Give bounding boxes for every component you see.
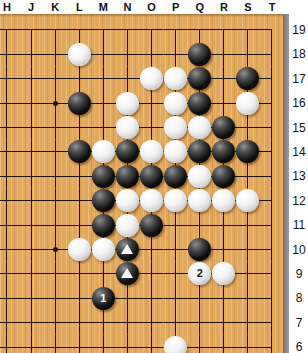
column-label-K: K <box>51 1 59 13</box>
black-stone-M11 <box>92 214 115 237</box>
board-intersection-M12[interactable] <box>91 189 115 213</box>
black-stone-Q14 <box>188 140 211 163</box>
board-intersection-T9[interactable] <box>260 262 284 286</box>
board-intersection-P12[interactable] <box>164 189 188 213</box>
board-intersection-H15[interactable] <box>0 115 19 139</box>
board-intersection-T6[interactable] <box>260 335 284 353</box>
board-intersection-J9[interactable] <box>19 262 43 286</box>
board-intersection-Q18[interactable] <box>188 42 212 66</box>
board-intersection-H6[interactable] <box>0 335 19 353</box>
board-intersection-K13[interactable] <box>43 164 67 188</box>
board-intersection-M14[interactable] <box>91 140 115 164</box>
board-intersection-H11[interactable] <box>0 213 19 237</box>
board-intersection-M10[interactable] <box>91 237 115 261</box>
board-intersection-N18[interactable] <box>115 42 139 66</box>
board-intersection-O19[interactable] <box>139 18 163 42</box>
board-intersection-H17[interactable] <box>0 67 19 91</box>
board-intersection-K11[interactable] <box>43 213 67 237</box>
board-intersection-Q7[interactable] <box>188 310 212 334</box>
board-intersection-L18[interactable] <box>67 42 91 66</box>
column-label-O: O <box>147 1 156 13</box>
board-intersection-L17[interactable] <box>67 67 91 91</box>
board-intersection-L10[interactable] <box>67 237 91 261</box>
board-intersection-Q16[interactable] <box>188 91 212 115</box>
board-intersection-Q10[interactable] <box>188 237 212 261</box>
board-intersection-H7[interactable] <box>0 310 19 334</box>
board-intersection-H18[interactable] <box>0 42 19 66</box>
board-intersection-H14[interactable] <box>0 140 19 164</box>
board-intersection-T10[interactable] <box>260 237 284 261</box>
board-intersection-S11[interactable] <box>236 213 260 237</box>
column-label-N: N <box>124 1 132 13</box>
board-intersection-S9[interactable] <box>236 262 260 286</box>
board-intersection-N9[interactable] <box>115 262 139 286</box>
column-label-P: P <box>172 1 179 13</box>
board-intersection-N12[interactable] <box>115 189 139 213</box>
row-label-14: 14 <box>292 145 305 159</box>
board-intersection-M18[interactable] <box>91 42 115 66</box>
board-intersection-R18[interactable] <box>212 42 236 66</box>
board-intersection-T14[interactable] <box>260 140 284 164</box>
column-label-T: T <box>269 1 276 13</box>
board-intersection-K16[interactable] <box>43 91 67 115</box>
board-intersection-K19[interactable] <box>43 18 67 42</box>
row-label-18: 18 <box>292 47 305 61</box>
row-label-19: 19 <box>292 23 305 37</box>
board-intersection-R19[interactable] <box>212 18 236 42</box>
board-intersection-M6[interactable] <box>91 335 115 353</box>
board-intersection-S16[interactable] <box>236 91 260 115</box>
black-stone-O11 <box>140 214 163 237</box>
board-intersection-R11[interactable] <box>212 213 236 237</box>
board-intersection-J12[interactable] <box>19 189 43 213</box>
board-intersection-P8[interactable] <box>164 286 188 310</box>
board-intersection-O16[interactable] <box>139 91 163 115</box>
white-stone-P17 <box>164 67 187 90</box>
board-intersection-O7[interactable] <box>139 310 163 334</box>
board-intersection-O13[interactable] <box>139 164 163 188</box>
white-stone-N11 <box>116 214 139 237</box>
board-intersection-P9[interactable] <box>164 262 188 286</box>
black-stone-M12 <box>92 189 115 212</box>
black-stone-R14 <box>212 140 235 163</box>
board-intersection-T11[interactable] <box>260 213 284 237</box>
board-intersection-Q9[interactable]: 2 <box>188 262 212 286</box>
column-label-S: S <box>244 1 251 13</box>
white-stone-N15 <box>116 116 139 139</box>
board-intersection-S10[interactable] <box>236 237 260 261</box>
board-intersection-N13[interactable] <box>115 164 139 188</box>
board-intersection-H9[interactable] <box>0 262 19 286</box>
board-intersection-M9[interactable] <box>91 262 115 286</box>
board-intersection-P19[interactable] <box>164 18 188 42</box>
board-intersection-M7[interactable] <box>91 310 115 334</box>
board-intersection-R10[interactable] <box>212 237 236 261</box>
board-intersection-R9[interactable] <box>212 262 236 286</box>
board-intersection-T16[interactable] <box>260 91 284 115</box>
board-intersection-J13[interactable] <box>19 164 43 188</box>
board-intersection-K17[interactable] <box>43 67 67 91</box>
board-intersection-S7[interactable] <box>236 310 260 334</box>
board-intersection-R14[interactable] <box>212 140 236 164</box>
board-intersection-T17[interactable] <box>260 67 284 91</box>
board-intersection-J14[interactable] <box>19 140 43 164</box>
board-intersection-H10[interactable] <box>0 237 19 261</box>
board-intersection-Q19[interactable] <box>188 18 212 42</box>
row-label-15: 15 <box>292 121 305 135</box>
board-intersection-L19[interactable] <box>67 18 91 42</box>
board-intersection-M17[interactable] <box>91 67 115 91</box>
board-intersection-K12[interactable] <box>43 189 67 213</box>
board-intersection-O15[interactable] <box>139 115 163 139</box>
board-intersection-N6[interactable] <box>115 335 139 353</box>
board-intersection-N17[interactable] <box>115 67 139 91</box>
star-point-K10 <box>53 247 58 252</box>
board-intersection-T12[interactable] <box>260 189 284 213</box>
board-intersection-P10[interactable] <box>164 237 188 261</box>
board-intersection-K6[interactable] <box>43 335 67 353</box>
board-intersection-M11[interactable] <box>91 213 115 237</box>
black-stone-L16 <box>68 92 91 115</box>
white-stone-Q13 <box>188 165 211 188</box>
white-stone-Q12 <box>188 189 211 212</box>
white-stone-Q15 <box>188 116 211 139</box>
board-intersection-S8[interactable] <box>236 286 260 310</box>
triangle-marker-icon <box>121 268 133 278</box>
board-intersection-O11[interactable] <box>139 213 163 237</box>
board-intersection-K15[interactable] <box>43 115 67 139</box>
white-stone-P14 <box>164 140 187 163</box>
move-number-label: 2 <box>197 268 203 279</box>
board-intersection-K9[interactable] <box>43 262 67 286</box>
go-board-grid[interactable]: 21 <box>0 18 284 353</box>
column-label-Q: Q <box>196 1 205 13</box>
white-stone-M10 <box>92 238 115 261</box>
row-label-7: 7 <box>296 316 303 330</box>
board-intersection-L12[interactable] <box>67 189 91 213</box>
board-intersection-O9[interactable] <box>139 262 163 286</box>
board-intersection-S13[interactable] <box>236 164 260 188</box>
row-label-13: 13 <box>292 169 305 183</box>
board-intersection-O14[interactable] <box>139 140 163 164</box>
row-label-17: 17 <box>292 72 305 86</box>
board-intersection-L9[interactable] <box>67 262 91 286</box>
board-intersection-M8[interactable]: 1 <box>91 286 115 310</box>
board-intersection-K7[interactable] <box>43 310 67 334</box>
board-intersection-R16[interactable] <box>212 91 236 115</box>
board-intersection-O8[interactable] <box>139 286 163 310</box>
board-intersection-Q14[interactable] <box>188 140 212 164</box>
board-intersection-K10[interactable] <box>43 237 67 261</box>
board-intersection-J16[interactable] <box>19 91 43 115</box>
board-intersection-N14[interactable] <box>115 140 139 164</box>
board-intersection-K8[interactable] <box>43 286 67 310</box>
board-intersection-N11[interactable] <box>115 213 139 237</box>
black-stone-O13 <box>140 165 163 188</box>
board-intersection-Q17[interactable] <box>188 67 212 91</box>
white-stone-N12 <box>116 189 139 212</box>
board-intersection-T13[interactable] <box>260 164 284 188</box>
row-label-9: 9 <box>296 267 303 281</box>
board-intersection-P6[interactable] <box>164 335 188 353</box>
column-label-H: H <box>3 1 11 13</box>
board-intersection-S6[interactable] <box>236 335 260 353</box>
white-stone-R12 <box>212 189 235 212</box>
board-intersection-R12[interactable] <box>212 189 236 213</box>
board-intersection-T8[interactable] <box>260 286 284 310</box>
board-intersection-O10[interactable] <box>139 237 163 261</box>
board-intersection-T18[interactable] <box>260 42 284 66</box>
board-intersection-H13[interactable] <box>0 164 19 188</box>
black-stone-Q10 <box>188 238 211 261</box>
board-intersection-N19[interactable] <box>115 18 139 42</box>
white-stone-M14 <box>92 140 115 163</box>
white-stone-O17 <box>140 67 163 90</box>
board-intersection-T7[interactable] <box>260 310 284 334</box>
white-stone-L10 <box>68 238 91 261</box>
board-intersection-J8[interactable] <box>19 286 43 310</box>
board-intersection-L16[interactable] <box>67 91 91 115</box>
white-stone-S16 <box>236 92 259 115</box>
board-intersection-P7[interactable] <box>164 310 188 334</box>
board-intersection-Q11[interactable] <box>188 213 212 237</box>
board-intersection-L14[interactable] <box>67 140 91 164</box>
white-stone-O12 <box>140 189 163 212</box>
black-stone-P13 <box>164 165 187 188</box>
board-intersection-R17[interactable] <box>212 67 236 91</box>
board-intersection-L6[interactable] <box>67 335 91 353</box>
board-intersection-M16[interactable] <box>91 91 115 115</box>
board-intersection-S19[interactable] <box>236 18 260 42</box>
board-intersection-P13[interactable] <box>164 164 188 188</box>
black-stone-Q18 <box>188 43 211 66</box>
column-labels: HJKLMNOPQRST <box>0 0 308 14</box>
column-label-L: L <box>76 1 83 13</box>
black-stone-M8: 1 <box>92 287 115 310</box>
board-intersection-L11[interactable] <box>67 213 91 237</box>
board-intersection-Q6[interactable] <box>188 335 212 353</box>
board-intersection-N10[interactable] <box>115 237 139 261</box>
triangle-marker-icon <box>121 244 133 254</box>
board-intersection-M13[interactable] <box>91 164 115 188</box>
white-stone-Q9: 2 <box>188 262 211 285</box>
white-stone-P15 <box>164 116 187 139</box>
board-intersection-M15[interactable] <box>91 115 115 139</box>
black-stone-R13 <box>212 165 235 188</box>
board-intersection-H12[interactable] <box>0 189 19 213</box>
board-intersection-J6[interactable] <box>19 335 43 353</box>
board-intersection-J10[interactable] <box>19 237 43 261</box>
board-intersection-M19[interactable] <box>91 18 115 42</box>
row-label-11: 11 <box>293 218 305 232</box>
black-stone-N9 <box>116 262 139 285</box>
board-intersection-J7[interactable] <box>19 310 43 334</box>
column-label-R: R <box>220 1 228 13</box>
board-intersection-H16[interactable] <box>0 91 19 115</box>
board-intersection-J17[interactable] <box>19 67 43 91</box>
row-label-8: 8 <box>296 291 303 305</box>
board-intersection-P11[interactable] <box>164 213 188 237</box>
white-stone-N16 <box>116 92 139 115</box>
board-intersection-O6[interactable] <box>139 335 163 353</box>
board-intersection-P15[interactable] <box>164 115 188 139</box>
board-intersection-P18[interactable] <box>164 42 188 66</box>
board-intersection-N16[interactable] <box>115 91 139 115</box>
white-stone-R9 <box>212 262 235 285</box>
board-intersection-R15[interactable] <box>212 115 236 139</box>
board-intersection-Q13[interactable] <box>188 164 212 188</box>
white-stone-P16 <box>164 92 187 115</box>
white-stone-P6 <box>164 336 187 353</box>
black-stone-Q16 <box>188 92 211 115</box>
black-stone-M13 <box>92 165 115 188</box>
board-intersection-O17[interactable] <box>139 67 163 91</box>
move-number-label: 1 <box>100 293 106 304</box>
board-intersection-R6[interactable] <box>212 335 236 353</box>
board-intersection-K18[interactable] <box>43 42 67 66</box>
black-stone-N13 <box>116 165 139 188</box>
board-intersection-N7[interactable] <box>115 310 139 334</box>
board-intersection-T19[interactable] <box>260 18 284 42</box>
board-intersection-L7[interactable] <box>67 310 91 334</box>
row-label-12: 12 <box>292 194 305 208</box>
board-intersection-R13[interactable] <box>212 164 236 188</box>
white-stone-L18 <box>68 43 91 66</box>
row-label-6: 6 <box>296 340 303 353</box>
row-label-16: 16 <box>292 96 305 110</box>
board-intersection-S18[interactable] <box>236 42 260 66</box>
board-intersection-L15[interactable] <box>67 115 91 139</box>
black-stone-S17 <box>236 67 259 90</box>
black-stone-N14 <box>116 140 139 163</box>
black-stone-N10 <box>116 238 139 261</box>
board-intersection-N15[interactable] <box>115 115 139 139</box>
board-intersection-S14[interactable] <box>236 140 260 164</box>
board-intersection-O12[interactable] <box>139 189 163 213</box>
board-intersection-J15[interactable] <box>19 115 43 139</box>
white-stone-P12 <box>164 189 187 212</box>
board-intersection-R7[interactable] <box>212 310 236 334</box>
board-intersection-P17[interactable] <box>164 67 188 91</box>
board-intersection-T15[interactable] <box>260 115 284 139</box>
board-intersection-J18[interactable] <box>19 42 43 66</box>
board-intersection-P16[interactable] <box>164 91 188 115</box>
row-label-10: 10 <box>292 243 305 257</box>
board-intersection-Q8[interactable] <box>188 286 212 310</box>
column-label-J: J <box>28 1 34 13</box>
column-label-M: M <box>99 1 108 13</box>
board-intersection-O18[interactable] <box>139 42 163 66</box>
board-intersection-Q12[interactable] <box>188 189 212 213</box>
white-stone-S12 <box>236 189 259 212</box>
board-intersection-Q15[interactable] <box>188 115 212 139</box>
black-stone-Q17 <box>188 67 211 90</box>
board-intersection-J19[interactable] <box>19 18 43 42</box>
board-intersection-R8[interactable] <box>212 286 236 310</box>
board-intersection-S15[interactable] <box>236 115 260 139</box>
board-intersection-S17[interactable] <box>236 67 260 91</box>
board-intersection-L8[interactable] <box>67 286 91 310</box>
row-labels: 191817161514131211109876 <box>289 0 308 353</box>
board-intersection-H19[interactable] <box>0 18 19 42</box>
go-board-screenshot: 21 HJKLMNOPQRST 191817161514131211109876 <box>0 0 308 353</box>
board-intersection-N8[interactable] <box>115 286 139 310</box>
board-intersection-H8[interactable] <box>0 286 19 310</box>
black-stone-R15 <box>212 116 235 139</box>
board-intersection-S12[interactable] <box>236 189 260 213</box>
board-intersection-J11[interactable] <box>19 213 43 237</box>
star-point-K16 <box>53 101 58 106</box>
board-intersection-P14[interactable] <box>164 140 188 164</box>
black-stone-L14 <box>68 140 91 163</box>
black-stone-S14 <box>236 140 259 163</box>
board-intersection-L13[interactable] <box>67 164 91 188</box>
white-stone-O14 <box>140 140 163 163</box>
board-intersection-K14[interactable] <box>43 140 67 164</box>
